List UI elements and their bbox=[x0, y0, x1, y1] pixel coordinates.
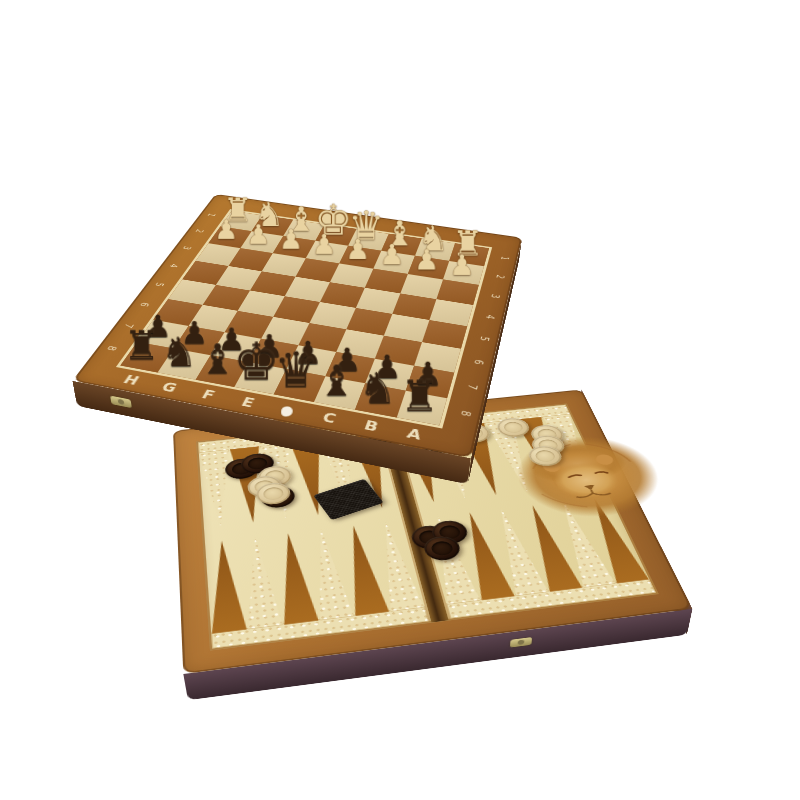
rank-label-right-2: 2 bbox=[492, 271, 507, 283]
chess-piece-black-knight-b8[interactable]: ♞ bbox=[358, 367, 396, 410]
backgammon-point-dark[interactable] bbox=[517, 503, 583, 591]
file-label-f: F bbox=[185, 385, 232, 405]
rank-label-left-5: 5 bbox=[149, 278, 169, 290]
chess-piece-white-pawn-c2[interactable]: ♟ bbox=[379, 241, 404, 269]
chess-square-d5[interactable] bbox=[309, 302, 355, 329]
backgammon-point-cream[interactable] bbox=[199, 449, 237, 528]
chess-square-b8[interactable]: ♞ bbox=[355, 383, 406, 417]
backgammon-point-cream[interactable] bbox=[485, 507, 549, 596]
chess-square-d3[interactable] bbox=[330, 263, 373, 287]
chess-piece-white-pawn-b2[interactable]: ♟ bbox=[414, 246, 439, 274]
chess-piece-black-bishop-c8[interactable]: ♝ bbox=[317, 360, 355, 402]
chess-square-h5[interactable] bbox=[168, 279, 216, 305]
backgammon-point-dark[interactable] bbox=[454, 511, 515, 601]
rank-label-right-7: 7 bbox=[463, 379, 481, 395]
chess-piece-white-pawn-e2[interactable]: ♟ bbox=[312, 231, 336, 258]
chess-piece-black-king-e8[interactable]: ♚ bbox=[233, 336, 279, 388]
chess-box: ♜♞♝♚♛♝♞♜♟♟♟♟♟♟♟♟♟♟♟♟♟♟♟♟♜♞♝♚♛♝♞♜ HGFECBA… bbox=[72, 194, 522, 458]
chess-piece-black-bishop-f8[interactable]: ♝ bbox=[198, 339, 235, 380]
backgammon-point-dark[interactable] bbox=[205, 539, 248, 634]
rank-label-left-3: 3 bbox=[178, 242, 196, 253]
chess-square-a5[interactable] bbox=[422, 320, 467, 349]
backgammon-point-dark[interactable] bbox=[337, 524, 390, 616]
file-label-e: E bbox=[224, 393, 271, 414]
chess-piece-white-pawn-h2[interactable]: ♟ bbox=[214, 217, 238, 244]
file-label-c: C bbox=[305, 408, 352, 429]
chess-piece-black-rook-a8[interactable]: ♜ bbox=[400, 375, 439, 418]
file-label-a: A bbox=[390, 424, 438, 446]
rank-label-right-5: 5 bbox=[476, 332, 493, 346]
scene: ♜♞♝♚♛♝♞♜♟♟♟♟♟♟♟♟♟♟♟♟♟♟♟♟♜♞♝♚♛♝♞♜ HGFECBA… bbox=[0, 0, 800, 800]
latch-icon bbox=[110, 396, 132, 409]
backgammon-point-cream[interactable] bbox=[548, 500, 616, 588]
chess-piece-white-pawn-a2[interactable]: ♟ bbox=[449, 252, 474, 280]
chess-square-c3[interactable] bbox=[365, 269, 408, 294]
chess-piece-black-queen-d8[interactable]: ♛ bbox=[274, 346, 318, 395]
backgammon-point-cream[interactable] bbox=[238, 535, 283, 629]
backgammon-point-cream[interactable] bbox=[304, 528, 354, 621]
rank-label-right-8: 8 bbox=[456, 405, 475, 423]
chess-piece-white-pawn-f2[interactable]: ♟ bbox=[279, 226, 303, 253]
rank-label-left-4: 4 bbox=[164, 260, 183, 272]
rank-label-left-8: 8 bbox=[101, 341, 123, 356]
file-label-b: B bbox=[347, 416, 394, 438]
chess-square-b5[interactable] bbox=[384, 314, 430, 342]
chess-square-a3[interactable] bbox=[436, 279, 478, 305]
ornament-band bbox=[211, 606, 428, 649]
d-file-marker bbox=[281, 406, 293, 416]
rank-label-right-4: 4 bbox=[482, 310, 498, 324]
chess-piece-black-rook-h8[interactable]: ♜ bbox=[123, 325, 159, 365]
ornament-band bbox=[446, 578, 656, 619]
rank-label-right-1: 1 bbox=[497, 253, 512, 264]
chess-piece-white-pawn-d2[interactable]: ♟ bbox=[345, 236, 370, 263]
rank-label-left-2: 2 bbox=[191, 226, 209, 237]
chess-square-a8[interactable]: ♜ bbox=[397, 391, 447, 426]
backgammon-point-dark[interactable] bbox=[272, 531, 320, 625]
latch-icon bbox=[510, 637, 532, 648]
backgammon-point-dark[interactable] bbox=[229, 446, 269, 524]
rank-label-right-6: 6 bbox=[470, 354, 487, 369]
chess-piece-black-knight-g8[interactable]: ♞ bbox=[160, 332, 197, 373]
rank-label-right-3: 3 bbox=[487, 290, 503, 303]
chess-piece-white-pawn-g2[interactable]: ♟ bbox=[246, 222, 270, 249]
points-row-bottom-left bbox=[205, 520, 425, 634]
lion-inlay bbox=[502, 429, 680, 527]
